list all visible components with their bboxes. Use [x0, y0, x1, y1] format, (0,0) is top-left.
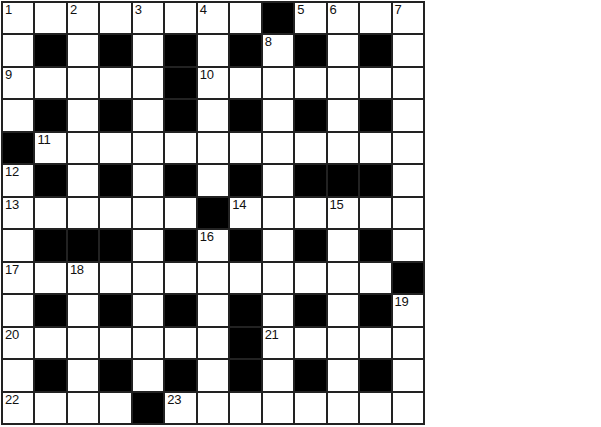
cell-r7c6[interactable]	[165, 198, 195, 228]
cell-r1c2[interactable]	[35, 3, 65, 33]
block-cell-r2c2	[35, 35, 65, 65]
cell-r8c11[interactable]	[328, 230, 358, 260]
clue-number: 20	[5, 328, 19, 342]
block-cell-r10c12	[360, 295, 390, 325]
cell-r11c7[interactable]	[198, 328, 228, 358]
cell-r5c3[interactable]	[68, 133, 98, 163]
cell-r1c1[interactable]: 1	[3, 3, 33, 33]
block-cell-r3c6	[165, 68, 195, 98]
block-cell-r13c5	[133, 393, 163, 423]
cell-r5c13[interactable]	[393, 133, 423, 163]
page-background: { "game": "crossword", "grid_size": { "r…	[0, 0, 601, 427]
cell-r9c8[interactable]	[230, 263, 260, 293]
cell-r10c5[interactable]	[133, 295, 163, 325]
clue-number: 17	[5, 263, 19, 277]
cell-r11c11[interactable]	[328, 328, 358, 358]
cell-r13c10[interactable]	[295, 393, 325, 423]
cell-r9c10[interactable]	[295, 263, 325, 293]
cell-r7c11[interactable]: 15	[328, 198, 358, 228]
cell-r13c1[interactable]: 22	[3, 393, 33, 423]
clue-number: 4	[200, 3, 207, 17]
clue-number: 9	[5, 68, 12, 82]
cell-r9c7[interactable]	[198, 263, 228, 293]
cell-r6c13[interactable]	[393, 165, 423, 195]
cell-r12c7[interactable]	[198, 360, 228, 390]
cell-r4c1[interactable]	[3, 100, 33, 130]
block-cell-r8c12	[360, 230, 390, 260]
cell-r11c6[interactable]	[165, 328, 195, 358]
cell-r13c7[interactable]	[198, 393, 228, 423]
clue-number: 7	[395, 3, 402, 17]
cell-r5c2[interactable]: 11	[35, 133, 65, 163]
cell-r13c11[interactable]	[328, 393, 358, 423]
cell-r3c2[interactable]	[35, 68, 65, 98]
cell-r4c9[interactable]	[263, 100, 293, 130]
cell-r6c9[interactable]	[263, 165, 293, 195]
cell-r2c1[interactable]	[3, 35, 33, 65]
block-cell-r2c4	[100, 35, 130, 65]
cell-r2c3[interactable]	[68, 35, 98, 65]
cell-r5c7[interactable]	[198, 133, 228, 163]
cell-r5c5[interactable]	[133, 133, 163, 163]
cell-r11c12[interactable]	[360, 328, 390, 358]
block-cell-r6c4	[100, 165, 130, 195]
cell-r12c9[interactable]	[263, 360, 293, 390]
cell-r10c9[interactable]	[263, 295, 293, 325]
cell-r8c5[interactable]	[133, 230, 163, 260]
cell-r2c9[interactable]: 8	[263, 35, 293, 65]
cell-r9c1[interactable]: 17	[3, 263, 33, 293]
cell-r9c12[interactable]	[360, 263, 390, 293]
block-cell-r4c4	[100, 100, 130, 130]
cell-r7c5[interactable]	[133, 198, 163, 228]
cell-r1c12[interactable]	[360, 3, 390, 33]
cell-r4c13[interactable]	[393, 100, 423, 130]
cell-r4c7[interactable]	[198, 100, 228, 130]
cell-r3c13[interactable]	[393, 68, 423, 98]
cell-r13c9[interactable]	[263, 393, 293, 423]
cell-r12c11[interactable]	[328, 360, 358, 390]
cell-r7c9[interactable]	[263, 198, 293, 228]
crossword-board: 1234567891011121314151617181920212223	[1, 1, 425, 425]
cell-r12c13[interactable]	[393, 360, 423, 390]
cell-r9c4[interactable]	[100, 263, 130, 293]
block-cell-r10c4	[100, 295, 130, 325]
block-cell-r4c2	[35, 100, 65, 130]
block-cell-r8c10	[295, 230, 325, 260]
block-cell-r2c12	[360, 35, 390, 65]
cell-r2c5[interactable]	[133, 35, 163, 65]
cell-r11c3[interactable]	[68, 328, 98, 358]
cell-r13c4[interactable]	[100, 393, 130, 423]
cell-r7c12[interactable]	[360, 198, 390, 228]
clue-number: 8	[265, 35, 272, 49]
clue-number: 5	[297, 3, 304, 17]
cell-r1c11[interactable]: 6	[328, 3, 358, 33]
block-cell-r6c11	[328, 165, 358, 195]
cell-r3c8[interactable]	[230, 68, 260, 98]
block-cell-r4c8	[230, 100, 260, 130]
cell-r7c13[interactable]	[393, 198, 423, 228]
cell-r3c3[interactable]	[68, 68, 98, 98]
block-cell-r12c4	[100, 360, 130, 390]
cell-r3c5[interactable]	[133, 68, 163, 98]
cell-r1c10[interactable]: 5	[295, 3, 325, 33]
cell-r3c12[interactable]	[360, 68, 390, 98]
cell-r7c4[interactable]	[100, 198, 130, 228]
cell-r9c3[interactable]: 18	[68, 263, 98, 293]
cell-r5c12[interactable]	[360, 133, 390, 163]
clue-number: 1	[5, 3, 12, 17]
cell-r1c5[interactable]: 3	[133, 3, 163, 33]
cell-r13c3[interactable]	[68, 393, 98, 423]
block-cell-r7c7	[198, 198, 228, 228]
cell-r9c11[interactable]	[328, 263, 358, 293]
block-cell-r11c8	[230, 328, 260, 358]
clue-number: 18	[70, 263, 84, 277]
cell-r3c11[interactable]	[328, 68, 358, 98]
cell-r12c5[interactable]	[133, 360, 163, 390]
block-cell-r10c6	[165, 295, 195, 325]
clue-number: 2	[70, 3, 77, 17]
block-cell-r2c10	[295, 35, 325, 65]
block-cell-r12c6	[165, 360, 195, 390]
cell-r3c1[interactable]: 9	[3, 68, 33, 98]
cell-r1c8[interactable]	[230, 3, 260, 33]
cell-r11c5[interactable]	[133, 328, 163, 358]
cell-r10c11[interactable]	[328, 295, 358, 325]
block-cell-r12c12	[360, 360, 390, 390]
cell-r11c1[interactable]: 20	[3, 328, 33, 358]
block-cell-r10c8	[230, 295, 260, 325]
clue-number: 10	[200, 68, 214, 82]
cell-r5c9[interactable]	[263, 133, 293, 163]
block-cell-r6c8	[230, 165, 260, 195]
cell-r7c8[interactable]: 14	[230, 198, 260, 228]
cell-r5c4[interactable]	[100, 133, 130, 163]
cell-r13c12[interactable]	[360, 393, 390, 423]
clue-number: 6	[330, 3, 337, 17]
block-cell-r10c2	[35, 295, 65, 325]
cell-r13c6[interactable]: 23	[165, 393, 195, 423]
block-cell-r12c8	[230, 360, 260, 390]
block-cell-r2c8	[230, 35, 260, 65]
cell-r2c13[interactable]	[393, 35, 423, 65]
cell-r11c10[interactable]	[295, 328, 325, 358]
cell-r1c13[interactable]: 7	[393, 3, 423, 33]
cell-r4c3[interactable]	[68, 100, 98, 130]
cell-r10c1[interactable]	[3, 295, 33, 325]
cell-r1c3[interactable]: 2	[68, 3, 98, 33]
block-cell-r8c8	[230, 230, 260, 260]
cell-r2c11[interactable]	[328, 35, 358, 65]
clue-number: 19	[395, 295, 409, 309]
block-cell-r6c6	[165, 165, 195, 195]
cell-r9c2[interactable]	[35, 263, 65, 293]
clue-number: 11	[37, 133, 50, 147]
clue-number: 22	[5, 393, 19, 407]
cell-r6c1[interactable]: 12	[3, 165, 33, 195]
cell-r7c1[interactable]: 13	[3, 198, 33, 228]
cell-r6c3[interactable]	[68, 165, 98, 195]
cell-r12c3[interactable]	[68, 360, 98, 390]
clue-number: 13	[5, 198, 19, 212]
block-cell-r12c2	[35, 360, 65, 390]
cell-r11c2[interactable]	[35, 328, 65, 358]
cell-r13c13[interactable]	[393, 393, 423, 423]
cell-r3c10[interactable]	[295, 68, 325, 98]
clue-number: 3	[135, 3, 142, 17]
cell-r7c2[interactable]	[35, 198, 65, 228]
clue-number: 15	[330, 198, 344, 212]
cell-r4c5[interactable]	[133, 100, 163, 130]
cell-r10c3[interactable]	[68, 295, 98, 325]
block-cell-r6c2	[35, 165, 65, 195]
clue-number: 12	[5, 165, 19, 179]
cell-r11c13[interactable]	[393, 328, 423, 358]
cell-r13c2[interactable]	[35, 393, 65, 423]
cell-r5c6[interactable]	[165, 133, 195, 163]
clue-number: 14	[232, 198, 246, 212]
cell-r10c13[interactable]: 19	[393, 295, 423, 325]
block-cell-r4c6	[165, 100, 195, 130]
cell-r5c8[interactable]	[230, 133, 260, 163]
block-cell-r10c10	[295, 295, 325, 325]
cell-r9c9[interactable]	[263, 263, 293, 293]
cell-r11c4[interactable]	[100, 328, 130, 358]
cell-r9c6[interactable]	[165, 263, 195, 293]
cell-r8c1[interactable]	[3, 230, 33, 260]
block-cell-r6c12	[360, 165, 390, 195]
block-cell-r12c10	[295, 360, 325, 390]
block-cell-r8c2	[35, 230, 65, 260]
clue-number: 16	[200, 230, 214, 244]
cell-r8c9[interactable]	[263, 230, 293, 260]
block-cell-r8c4	[100, 230, 130, 260]
cell-r1c4[interactable]	[100, 3, 130, 33]
cell-r2c7[interactable]	[198, 35, 228, 65]
cell-r6c7[interactable]	[198, 165, 228, 195]
clue-number: 21	[265, 328, 279, 342]
cell-r6c5[interactable]	[133, 165, 163, 195]
cell-r8c7[interactable]: 16	[198, 230, 228, 260]
cell-r9c5[interactable]	[133, 263, 163, 293]
block-cell-r8c3	[68, 230, 98, 260]
cell-r3c9[interactable]	[263, 68, 293, 98]
cell-r8c13[interactable]	[393, 230, 423, 260]
cell-r13c8[interactable]	[230, 393, 260, 423]
block-cell-r5c1	[3, 133, 33, 163]
cell-r3c7[interactable]: 10	[198, 68, 228, 98]
block-cell-r9c13	[393, 263, 423, 293]
cell-r12c1[interactable]	[3, 360, 33, 390]
cell-r11c9[interactable]: 21	[263, 328, 293, 358]
cell-r4c11[interactable]	[328, 100, 358, 130]
block-cell-r6c10	[295, 165, 325, 195]
cell-r10c7[interactable]	[198, 295, 228, 325]
block-cell-r1c9	[263, 3, 293, 33]
block-cell-r2c6	[165, 35, 195, 65]
block-cell-r4c12	[360, 100, 390, 130]
cell-r7c10[interactable]	[295, 198, 325, 228]
block-cell-r8c6	[165, 230, 195, 260]
block-cell-r4c10	[295, 100, 325, 130]
cell-r1c7[interactable]: 4	[198, 3, 228, 33]
cell-r5c11[interactable]	[328, 133, 358, 163]
clue-number: 23	[167, 393, 181, 407]
cell-r5c10[interactable]	[295, 133, 325, 163]
cell-r1c6[interactable]	[165, 3, 195, 33]
cell-r7c3[interactable]	[68, 198, 98, 228]
cell-r3c4[interactable]	[100, 68, 130, 98]
